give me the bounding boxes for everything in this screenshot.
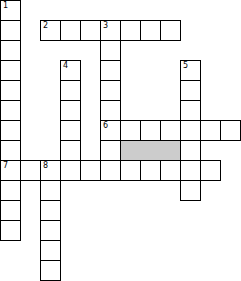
- cell[interactable]: [40, 200, 61, 221]
- clue-number: 7: [3, 161, 8, 170]
- cell[interactable]: [160, 20, 181, 41]
- cell[interactable]: [140, 120, 161, 141]
- cell[interactable]: [180, 180, 201, 201]
- cell[interactable]: [140, 20, 161, 41]
- cell[interactable]: [100, 160, 121, 181]
- clue-number: 8: [43, 161, 48, 170]
- cell[interactable]: 7: [0, 160, 21, 181]
- cell[interactable]: [60, 80, 81, 101]
- clue-number: 5: [183, 61, 188, 70]
- cell[interactable]: [60, 100, 81, 121]
- clue-number: 4: [63, 61, 68, 70]
- cell[interactable]: [60, 20, 81, 41]
- cell[interactable]: 4: [60, 60, 81, 81]
- cell[interactable]: [0, 120, 21, 141]
- clue-number: 3: [103, 21, 108, 30]
- cell[interactable]: [0, 80, 21, 101]
- cell[interactable]: [100, 140, 121, 161]
- crossword-grid: 12345678: [0, 0, 241, 281]
- cell[interactable]: 8: [40, 160, 61, 181]
- cell[interactable]: [180, 160, 201, 181]
- cell[interactable]: [160, 120, 181, 141]
- cell[interactable]: 5: [180, 60, 201, 81]
- cell[interactable]: [0, 60, 21, 81]
- cell[interactable]: [220, 120, 241, 141]
- shaded-block[interactable]: [120, 140, 181, 161]
- cell[interactable]: [180, 100, 201, 121]
- cell[interactable]: [40, 240, 61, 261]
- cell[interactable]: [40, 180, 61, 201]
- cell[interactable]: 6: [100, 120, 121, 141]
- cell[interactable]: [120, 120, 141, 141]
- cell[interactable]: [0, 140, 21, 161]
- cell[interactable]: [0, 200, 21, 221]
- cell[interactable]: [100, 80, 121, 101]
- cell[interactable]: [200, 160, 221, 181]
- cell[interactable]: [140, 160, 161, 181]
- cell[interactable]: [0, 20, 21, 41]
- cell[interactable]: [180, 80, 201, 101]
- cell[interactable]: [60, 140, 81, 161]
- cell[interactable]: [120, 20, 141, 41]
- cell[interactable]: [120, 160, 141, 181]
- cell[interactable]: [100, 60, 121, 81]
- cell[interactable]: [100, 100, 121, 121]
- cell[interactable]: [0, 220, 21, 241]
- cell[interactable]: [60, 160, 81, 181]
- cell[interactable]: [180, 140, 201, 161]
- cell[interactable]: [0, 100, 21, 121]
- cell[interactable]: [40, 220, 61, 241]
- cell[interactable]: [80, 160, 101, 181]
- cell[interactable]: [40, 260, 61, 281]
- clue-number: 2: [43, 21, 48, 30]
- cell[interactable]: [180, 120, 201, 141]
- cell[interactable]: [60, 120, 81, 141]
- cell[interactable]: [0, 40, 21, 61]
- cell[interactable]: 2: [40, 20, 61, 41]
- clue-number: 1: [3, 1, 8, 10]
- cell[interactable]: [20, 160, 41, 181]
- clue-number: 6: [103, 121, 108, 130]
- cell[interactable]: 3: [100, 20, 121, 41]
- cell[interactable]: [0, 180, 21, 201]
- cell[interactable]: [80, 20, 101, 41]
- cell[interactable]: 1: [0, 0, 21, 21]
- cell[interactable]: [200, 120, 221, 141]
- cell[interactable]: [100, 40, 121, 61]
- cell[interactable]: [160, 160, 181, 181]
